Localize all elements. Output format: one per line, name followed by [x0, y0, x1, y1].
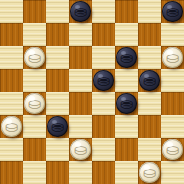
square-e4[interactable]: [92, 92, 115, 115]
square-c6[interactable]: [46, 46, 69, 69]
square-b5[interactable]: [23, 69, 46, 92]
square-d1[interactable]: [69, 161, 92, 184]
square-c4[interactable]: [46, 92, 69, 115]
square-c7[interactable]: [46, 23, 69, 46]
square-d2[interactable]: ⛀: [69, 138, 92, 161]
square-h1[interactable]: [161, 161, 184, 184]
square-h7[interactable]: [161, 23, 184, 46]
black-man[interactable]: ⛂: [47, 116, 68, 137]
square-e3[interactable]: [92, 115, 115, 138]
square-g3[interactable]: [138, 115, 161, 138]
square-c3[interactable]: ⛂: [46, 115, 69, 138]
square-f8[interactable]: [115, 0, 138, 23]
black-man[interactable]: ⛂: [116, 47, 137, 68]
square-a6[interactable]: [0, 46, 23, 69]
white-man[interactable]: ⛀: [24, 93, 45, 114]
white-man[interactable]: ⛀: [162, 47, 183, 68]
square-d3[interactable]: [69, 115, 92, 138]
square-g2[interactable]: [138, 138, 161, 161]
square-e6[interactable]: [92, 46, 115, 69]
square-a8[interactable]: [0, 0, 23, 23]
square-e2[interactable]: [92, 138, 115, 161]
square-b3[interactable]: [23, 115, 46, 138]
square-e5[interactable]: ⛂: [92, 69, 115, 92]
square-g1[interactable]: ⛀: [138, 161, 161, 184]
square-e8[interactable]: [92, 0, 115, 23]
square-c5[interactable]: [46, 69, 69, 92]
square-e7[interactable]: [92, 23, 115, 46]
square-c8[interactable]: [46, 0, 69, 23]
square-d6[interactable]: [69, 46, 92, 69]
square-a7[interactable]: [0, 23, 23, 46]
square-f2[interactable]: [115, 138, 138, 161]
square-f1[interactable]: [115, 161, 138, 184]
square-a1[interactable]: [0, 161, 23, 184]
square-b2[interactable]: [23, 138, 46, 161]
square-g4[interactable]: [138, 92, 161, 115]
square-g6[interactable]: [138, 46, 161, 69]
square-b6[interactable]: ⛀: [23, 46, 46, 69]
square-b1[interactable]: [23, 161, 46, 184]
white-man[interactable]: ⛀: [1, 116, 22, 137]
square-f4[interactable]: ⛂: [115, 92, 138, 115]
square-g7[interactable]: [138, 23, 161, 46]
square-f5[interactable]: [115, 69, 138, 92]
square-c2[interactable]: [46, 138, 69, 161]
square-b8[interactable]: [23, 0, 46, 23]
square-a3[interactable]: ⛀: [0, 115, 23, 138]
white-man[interactable]: ⛀: [162, 139, 183, 160]
square-d4[interactable]: [69, 92, 92, 115]
white-man[interactable]: ⛀: [139, 162, 160, 183]
black-man[interactable]: ⛂: [70, 1, 91, 22]
square-a4[interactable]: [0, 92, 23, 115]
square-h4[interactable]: [161, 92, 184, 115]
square-d8[interactable]: ⛂: [69, 0, 92, 23]
white-man[interactable]: ⛀: [24, 47, 45, 68]
black-man[interactable]: ⛂: [93, 70, 114, 91]
black-man[interactable]: ⛂: [139, 70, 160, 91]
black-man[interactable]: ⛂: [116, 93, 137, 114]
black-man[interactable]: ⛂: [162, 1, 183, 22]
square-g5[interactable]: ⛂: [138, 69, 161, 92]
square-b4[interactable]: ⛀: [23, 92, 46, 115]
square-h2[interactable]: ⛀: [161, 138, 184, 161]
square-f7[interactable]: [115, 23, 138, 46]
square-f3[interactable]: [115, 115, 138, 138]
square-f6[interactable]: ⛂: [115, 46, 138, 69]
square-c1[interactable]: [46, 161, 69, 184]
square-b7[interactable]: [23, 23, 46, 46]
square-h3[interactable]: [161, 115, 184, 138]
square-a2[interactable]: [0, 138, 23, 161]
square-a5[interactable]: [0, 69, 23, 92]
square-d5[interactable]: [69, 69, 92, 92]
square-h8[interactable]: ⛂: [161, 0, 184, 23]
square-g8[interactable]: [138, 0, 161, 23]
square-h6[interactable]: ⛀: [161, 46, 184, 69]
square-d7[interactable]: [69, 23, 92, 46]
square-e1[interactable]: [92, 161, 115, 184]
checkers-board: ⛂⛂⛀⛂⛀⛂⛂⛀⛂⛀⛂⛀⛀⛀: [0, 0, 184, 184]
white-man[interactable]: ⛀: [70, 139, 91, 160]
square-h5[interactable]: [161, 69, 184, 92]
